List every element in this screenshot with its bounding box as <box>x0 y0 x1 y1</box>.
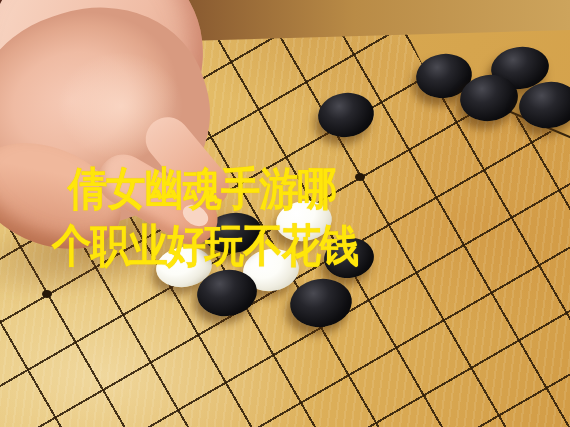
caption-line-1: 倩女幽魂手游哪 <box>68 166 336 211</box>
caption-line-2: 个职业好玩不花钱 <box>52 223 358 268</box>
go-board-photo: 倩女幽魂手游哪 个职业好玩不花钱 <box>0 0 570 427</box>
